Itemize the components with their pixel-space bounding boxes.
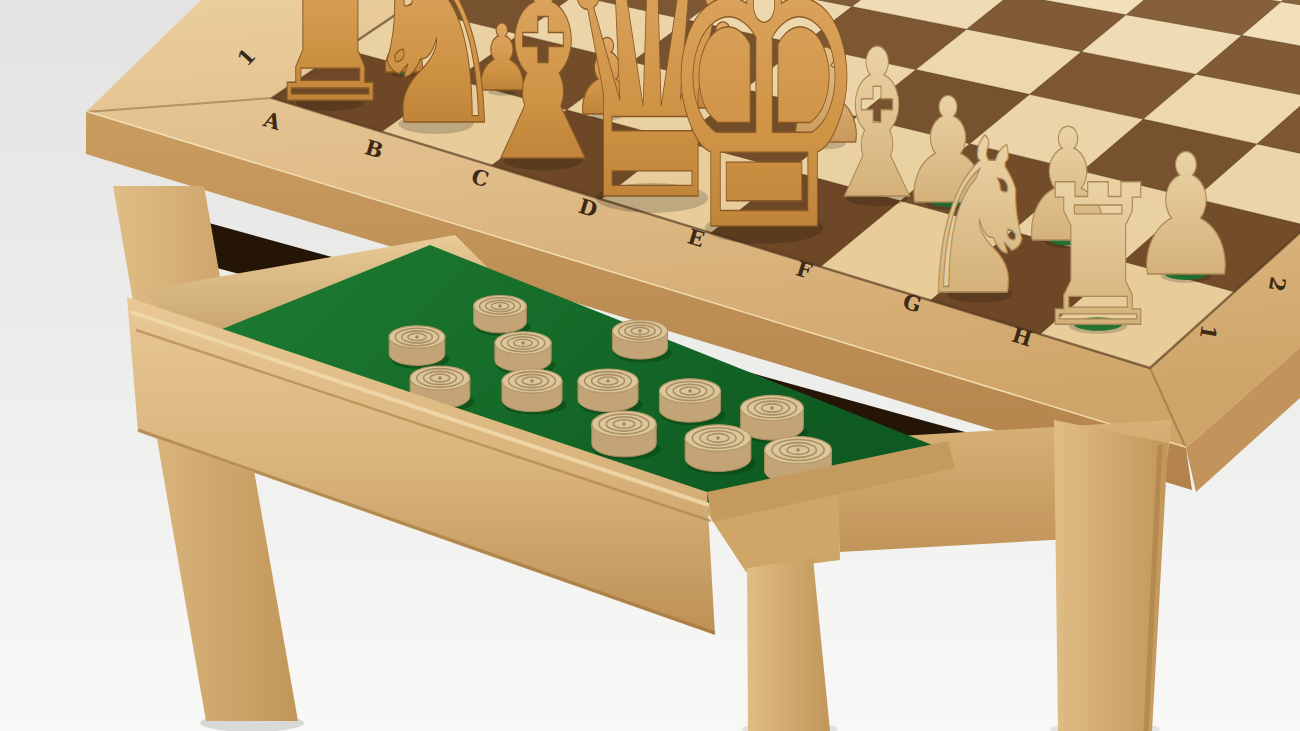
svg-text:♚: ♚ (658, 0, 870, 319)
checker-piece (592, 411, 661, 460)
checker-piece (612, 320, 671, 362)
checker-piece (578, 369, 643, 415)
checker-piece (685, 425, 755, 475)
chess-piece-knight-g1: ♞ (914, 92, 1045, 342)
chess-table-photo: ABCDEFGH112 ♟♟♜♟♟♞♟♝♛♝♟♚♟♟♞♜ (0, 0, 1300, 731)
checker-piece (502, 369, 567, 415)
checker-piece (495, 332, 556, 375)
svg-text:♞: ♞ (914, 92, 1045, 342)
checker-piece (474, 295, 531, 336)
chess-piece-rook-h1: ♜ (1030, 143, 1166, 369)
table-leg-rear-right (1054, 420, 1168, 731)
checker-piece (659, 379, 725, 426)
chess-piece-king-e1: ♚ (658, 0, 870, 319)
checker-piece (389, 326, 449, 369)
svg-text:♜: ♜ (1030, 143, 1166, 369)
